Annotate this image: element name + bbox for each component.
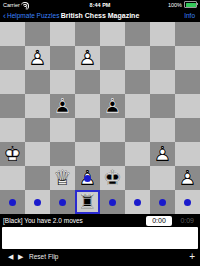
square-b2[interactable] bbox=[25, 166, 50, 190]
move-target-dot[interactable] bbox=[59, 199, 66, 206]
square-c1[interactable] bbox=[50, 190, 75, 214]
square-f3[interactable] bbox=[125, 142, 150, 166]
bottom-toolbar: ◀ ▶ Reset Flip + bbox=[0, 249, 200, 266]
square-h4[interactable] bbox=[175, 118, 200, 142]
square-h1[interactable] bbox=[175, 190, 200, 214]
square-b8[interactable] bbox=[25, 22, 50, 46]
reset-button[interactable]: Reset bbox=[29, 253, 46, 260]
square-h5[interactable] bbox=[175, 94, 200, 118]
turn-message: [Black] You have 2.0 moves bbox=[3, 217, 83, 224]
move-target-dot[interactable] bbox=[134, 199, 141, 206]
square-g3[interactable]: ♟♙ bbox=[150, 142, 175, 166]
square-b5[interactable] bbox=[25, 94, 50, 118]
square-a3[interactable]: ♚♔ bbox=[0, 142, 25, 166]
square-d5[interactable] bbox=[75, 94, 100, 118]
square-h8[interactable] bbox=[175, 22, 200, 46]
square-e4[interactable] bbox=[100, 118, 125, 142]
square-g1[interactable] bbox=[150, 190, 175, 214]
square-c7[interactable] bbox=[50, 46, 75, 70]
square-a1[interactable] bbox=[0, 190, 25, 214]
page-title: British Chess Magazine bbox=[0, 12, 200, 19]
square-c5[interactable]: ♟♙ bbox=[50, 94, 75, 118]
add-button[interactable]: + bbox=[189, 251, 195, 262]
square-g5[interactable] bbox=[150, 94, 175, 118]
step-back-button[interactable]: ◀ bbox=[8, 253, 13, 261]
square-f4[interactable] bbox=[125, 118, 150, 142]
square-a2[interactable] bbox=[0, 166, 25, 190]
square-f5[interactable] bbox=[125, 94, 150, 118]
move-target-dot[interactable] bbox=[109, 199, 116, 206]
chess-board[interactable]: ♟♙♟♙♟♙♟♙♚♔♟♙♛♕♟♙♚♔♟♙♜♖ bbox=[0, 22, 200, 214]
step-forward-button[interactable]: ▶ bbox=[18, 253, 23, 261]
square-g4[interactable] bbox=[150, 118, 175, 142]
move-target-dot[interactable] bbox=[9, 199, 16, 206]
square-a5[interactable] bbox=[0, 94, 25, 118]
square-a8[interactable] bbox=[0, 22, 25, 46]
square-h6[interactable] bbox=[175, 70, 200, 94]
square-c3[interactable] bbox=[50, 142, 75, 166]
square-c2[interactable]: ♛♕ bbox=[50, 166, 75, 190]
square-c8[interactable] bbox=[50, 22, 75, 46]
square-d7[interactable]: ♟♙ bbox=[75, 46, 100, 70]
square-d6[interactable] bbox=[75, 70, 100, 94]
status-line: [Black] You have 2.0 moves 0:00 0:09 bbox=[0, 214, 200, 227]
square-d3[interactable] bbox=[75, 142, 100, 166]
move-list-panel bbox=[2, 227, 198, 249]
square-a7[interactable] bbox=[0, 46, 25, 70]
square-e8[interactable] bbox=[100, 22, 125, 46]
elapsed-clock: 0:09 bbox=[180, 216, 194, 226]
square-d4[interactable] bbox=[75, 118, 100, 142]
move-target-dot[interactable] bbox=[84, 175, 91, 182]
square-f6[interactable] bbox=[125, 70, 150, 94]
square-b4[interactable] bbox=[25, 118, 50, 142]
square-h2[interactable]: ♟♙ bbox=[175, 166, 200, 190]
square-f1[interactable] bbox=[125, 190, 150, 214]
square-f8[interactable] bbox=[125, 22, 150, 46]
square-d1[interactable]: ♜♖ bbox=[75, 190, 100, 214]
square-b1[interactable] bbox=[25, 190, 50, 214]
square-e1[interactable] bbox=[100, 190, 125, 214]
square-e7[interactable] bbox=[100, 46, 125, 70]
battery-icon bbox=[184, 1, 197, 8]
move-target-dot[interactable] bbox=[34, 199, 41, 206]
square-b7[interactable]: ♟♙ bbox=[25, 46, 50, 70]
square-e2[interactable]: ♚♔ bbox=[100, 166, 125, 190]
app-window: Carrier 8:44 PM 100% ‹ Helpmate Puzzles … bbox=[0, 0, 200, 266]
info-button[interactable]: Info bbox=[184, 12, 195, 19]
square-c4[interactable] bbox=[50, 118, 75, 142]
square-g6[interactable] bbox=[150, 70, 175, 94]
square-h7[interactable] bbox=[175, 46, 200, 70]
square-c6[interactable] bbox=[50, 70, 75, 94]
square-a4[interactable] bbox=[0, 118, 25, 142]
square-f7[interactable] bbox=[125, 46, 150, 70]
flip-button[interactable]: Flip bbox=[48, 253, 58, 260]
square-a6[interactable] bbox=[0, 70, 25, 94]
square-e3[interactable] bbox=[100, 142, 125, 166]
square-g2[interactable] bbox=[150, 166, 175, 190]
square-e6[interactable] bbox=[100, 70, 125, 94]
square-d2[interactable]: ♟♙ bbox=[75, 166, 100, 190]
square-e5[interactable]: ♟♙ bbox=[100, 94, 125, 118]
nav-bar: ‹ Helpmate Puzzles British Chess Magazin… bbox=[0, 9, 200, 22]
square-b3[interactable] bbox=[25, 142, 50, 166]
move-target-dot[interactable] bbox=[184, 199, 191, 206]
square-g7[interactable] bbox=[150, 46, 175, 70]
square-d8[interactable] bbox=[75, 22, 100, 46]
move-clock: 0:00 bbox=[146, 216, 172, 226]
square-f2[interactable] bbox=[125, 166, 150, 190]
square-b6[interactable] bbox=[25, 70, 50, 94]
square-g8[interactable] bbox=[150, 22, 175, 46]
square-h3[interactable] bbox=[175, 142, 200, 166]
clock-time: 8:44 PM bbox=[0, 2, 200, 8]
move-target-dot[interactable] bbox=[159, 199, 166, 206]
status-bar: Carrier 8:44 PM 100% bbox=[0, 0, 200, 9]
